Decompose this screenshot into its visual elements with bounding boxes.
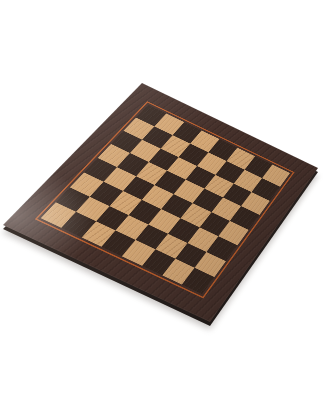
chess-board <box>3 83 318 322</box>
inlay-line-and-margin <box>35 101 295 298</box>
product-photo-stage <box>0 0 323 412</box>
